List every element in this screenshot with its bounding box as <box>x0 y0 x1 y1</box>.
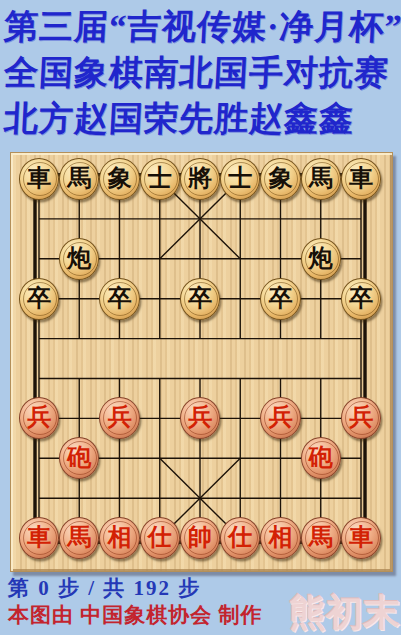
intersection-e8[interactable] <box>180 239 220 279</box>
piece-glyph: 仕 <box>228 525 252 549</box>
intersection-d8[interactable] <box>140 239 180 279</box>
intersection-d6[interactable] <box>140 319 180 359</box>
piece-glyph: 車 <box>349 525 373 549</box>
intersection-d5[interactable] <box>140 358 180 398</box>
piece-red-d1[interactable]: 仕 <box>140 517 180 559</box>
intersection-b10[interactable]: 馬 <box>59 159 99 199</box>
move-counter: 第 0 步 / 共 192 步 <box>8 574 201 602</box>
intersection-e2[interactable] <box>180 478 220 518</box>
intersection-a8[interactable] <box>19 239 59 279</box>
intersection-i5[interactable] <box>341 358 381 398</box>
piece-black-i7[interactable]: 卒 <box>341 278 381 320</box>
intersection-b6[interactable] <box>59 319 99 359</box>
piece-red-a4[interactable]: 兵 <box>19 397 59 439</box>
intersection-h9[interactable] <box>301 199 341 239</box>
intersection-g9[interactable] <box>260 199 300 239</box>
intersection-h3[interactable]: 砲 <box>301 438 341 478</box>
intersection-g1[interactable]: 相 <box>260 518 300 558</box>
intersection-i6[interactable] <box>341 319 381 359</box>
piece-glyph: 兵 <box>27 405 51 429</box>
intersection-d4[interactable] <box>140 398 180 438</box>
intersection-i3[interactable] <box>341 438 381 478</box>
intersection-g3[interactable] <box>260 438 300 478</box>
intersection-d3[interactable] <box>140 438 180 478</box>
intersection-d10[interactable]: 士 <box>140 159 180 199</box>
piece-black-b10[interactable]: 馬 <box>59 158 99 200</box>
piece-glyph: 卒 <box>27 286 51 310</box>
intersection-g8[interactable] <box>260 239 300 279</box>
intersection-f6[interactable] <box>220 319 260 359</box>
intersection-f8[interactable] <box>220 239 260 279</box>
intersection-c3[interactable] <box>99 438 139 478</box>
piece-glyph: 卒 <box>349 286 373 310</box>
piece-black-h8[interactable]: 炮 <box>301 238 341 280</box>
intersection-f5[interactable] <box>220 358 260 398</box>
piece-glyph: 兵 <box>349 405 373 429</box>
piece-black-f10[interactable]: 士 <box>220 158 260 200</box>
intersection-i8[interactable] <box>341 239 381 279</box>
piece-glyph: 卒 <box>188 286 212 310</box>
piece-black-b8[interactable]: 炮 <box>59 238 99 280</box>
intersection-e4[interactable]: 兵 <box>180 398 220 438</box>
piece-glyph: 馬 <box>309 166 333 190</box>
intersection-b4[interactable] <box>59 398 99 438</box>
intersection-e6[interactable] <box>180 319 220 359</box>
piece-black-i10[interactable]: 車 <box>341 158 381 200</box>
intersection-g10[interactable]: 象 <box>260 159 300 199</box>
watermark: 熊初末 <box>289 588 400 635</box>
piece-glyph: 卒 <box>108 286 132 310</box>
piece-glyph: 馬 <box>309 525 333 549</box>
piece-glyph: 馬 <box>67 166 91 190</box>
intersection-f9[interactable] <box>220 199 260 239</box>
intersection-a9[interactable] <box>19 199 59 239</box>
board-grid: 車馬象士將士象馬車炮炮卒卒卒卒卒兵兵兵兵兵砲砲車馬相仕帥仕相馬車 <box>19 159 381 558</box>
piece-black-h10[interactable]: 馬 <box>301 158 341 200</box>
intersection-b3[interactable]: 砲 <box>59 438 99 478</box>
piece-black-d10[interactable]: 士 <box>140 158 180 200</box>
piece-black-e7[interactable]: 卒 <box>180 278 220 320</box>
intersection-c6[interactable] <box>99 319 139 359</box>
intersection-h5[interactable] <box>301 358 341 398</box>
piece-glyph: 兵 <box>188 405 212 429</box>
piece-glyph: 兵 <box>108 405 132 429</box>
title-line-2: 全国象棋南北国手对抗赛 <box>3 50 401 96</box>
piece-red-e1[interactable]: 帥 <box>180 517 220 559</box>
intersection-i10[interactable]: 車 <box>341 159 381 199</box>
piece-red-c4[interactable]: 兵 <box>99 397 139 439</box>
piece-red-g1[interactable]: 相 <box>260 517 300 559</box>
piece-glyph: 車 <box>27 166 51 190</box>
intersection-b7[interactable] <box>59 279 99 319</box>
intersection-g7[interactable]: 卒 <box>260 279 300 319</box>
piece-red-h3[interactable]: 砲 <box>301 437 341 479</box>
piece-red-e4[interactable]: 兵 <box>180 397 220 439</box>
intersection-b9[interactable] <box>59 199 99 239</box>
intersection-i2[interactable] <box>341 478 381 518</box>
intersection-d1[interactable]: 仕 <box>140 518 180 558</box>
piece-red-c1[interactable]: 相 <box>99 517 139 559</box>
intersection-e5[interactable] <box>180 358 220 398</box>
page: 第三届“吉视传媒·净月杯” 全国象棋南北国手对抗赛 北方赵国荣先胜赵鑫鑫 車馬象… <box>0 0 401 635</box>
piece-glyph: 卒 <box>269 286 293 310</box>
piece-glyph: 兵 <box>269 405 293 429</box>
title-line-3: 北方赵国荣先胜赵鑫鑫 <box>3 96 401 142</box>
intersection-a1[interactable]: 車 <box>19 518 59 558</box>
piece-black-g7[interactable]: 卒 <box>260 278 300 320</box>
intersection-h2[interactable] <box>301 478 341 518</box>
piece-glyph: 仕 <box>148 525 172 549</box>
intersection-e10[interactable]: 將 <box>180 159 220 199</box>
intersection-b8[interactable]: 炮 <box>59 239 99 279</box>
piece-glyph: 士 <box>148 166 172 190</box>
intersection-a4[interactable]: 兵 <box>19 398 59 438</box>
piece-glyph: 象 <box>269 166 293 190</box>
intersection-g6[interactable] <box>260 319 300 359</box>
intersection-c2[interactable] <box>99 478 139 518</box>
piece-glyph: 炮 <box>309 246 333 270</box>
intersection-b5[interactable] <box>59 358 99 398</box>
title-line-1: 第三届“吉视传媒·净月杯” <box>3 4 401 50</box>
intersection-i7[interactable]: 卒 <box>341 279 381 319</box>
intersection-e7[interactable]: 卒 <box>180 279 220 319</box>
intersection-c9[interactable] <box>99 199 139 239</box>
intersection-f4[interactable] <box>220 398 260 438</box>
intersection-i1[interactable]: 車 <box>341 518 381 558</box>
intersection-b1[interactable]: 馬 <box>59 518 99 558</box>
piece-glyph: 相 <box>108 525 132 549</box>
intersection-f3[interactable] <box>220 438 260 478</box>
piece-glyph: 砲 <box>67 445 91 469</box>
intersection-a2[interactable] <box>19 478 59 518</box>
piece-glyph: 炮 <box>67 246 91 270</box>
intersection-c10[interactable]: 象 <box>99 159 139 199</box>
intersection-a7[interactable]: 卒 <box>19 279 59 319</box>
credit-text: 本图由 中国象棋协会 制作 <box>8 601 263 629</box>
intersection-i9[interactable] <box>341 199 381 239</box>
intersection-e1[interactable]: 帥 <box>180 518 220 558</box>
intersection-e9[interactable] <box>180 199 220 239</box>
piece-red-b1[interactable]: 馬 <box>59 517 99 559</box>
piece-red-a1[interactable]: 車 <box>19 517 59 559</box>
piece-red-g4[interactable]: 兵 <box>260 397 300 439</box>
piece-black-a10[interactable]: 車 <box>19 158 59 200</box>
intersection-d9[interactable] <box>140 199 180 239</box>
piece-glyph: 車 <box>349 166 373 190</box>
intersection-h1[interactable]: 馬 <box>301 518 341 558</box>
piece-black-g10[interactable]: 象 <box>260 158 300 200</box>
piece-glyph: 士 <box>228 166 252 190</box>
intersection-c8[interactable] <box>99 239 139 279</box>
piece-black-c10[interactable]: 象 <box>99 158 139 200</box>
piece-glyph: 相 <box>269 525 293 549</box>
intersection-c4[interactable]: 兵 <box>99 398 139 438</box>
intersection-i4[interactable]: 兵 <box>341 398 381 438</box>
piece-red-h1[interactable]: 馬 <box>301 517 341 559</box>
intersection-g4[interactable]: 兵 <box>260 398 300 438</box>
piece-glyph: 將 <box>188 166 212 190</box>
intersection-c7[interactable]: 卒 <box>99 279 139 319</box>
intersection-a5[interactable] <box>19 358 59 398</box>
piece-glyph: 砲 <box>309 445 333 469</box>
intersection-a6[interactable] <box>19 319 59 359</box>
piece-glyph: 車 <box>27 525 51 549</box>
intersection-d2[interactable] <box>140 478 180 518</box>
intersection-a3[interactable] <box>19 438 59 478</box>
intersection-c5[interactable] <box>99 358 139 398</box>
title-block: 第三届“吉视传媒·净月杯” 全国象棋南北国手对抗赛 北方赵国荣先胜赵鑫鑫 <box>4 4 401 142</box>
intersection-h8[interactable]: 炮 <box>301 239 341 279</box>
intersection-h10[interactable]: 馬 <box>301 159 341 199</box>
piece-glyph: 象 <box>108 166 132 190</box>
intersection-b2[interactable] <box>59 478 99 518</box>
intersection-h6[interactable] <box>301 319 341 359</box>
intersection-f2[interactable] <box>220 478 260 518</box>
piece-glyph: 馬 <box>67 525 91 549</box>
piece-red-f1[interactable]: 仕 <box>220 517 260 559</box>
xiangqi-board: 車馬象士將士象馬車炮炮卒卒卒卒卒兵兵兵兵兵砲砲車馬相仕帥仕相馬車 <box>10 152 393 572</box>
piece-red-b3[interactable]: 砲 <box>59 437 99 479</box>
intersection-g2[interactable] <box>260 478 300 518</box>
piece-black-e10[interactable]: 將 <box>180 158 220 200</box>
piece-black-c7[interactable]: 卒 <box>99 278 139 320</box>
intersection-h4[interactable] <box>301 398 341 438</box>
intersection-f7[interactable] <box>220 279 260 319</box>
intersection-f1[interactable]: 仕 <box>220 518 260 558</box>
piece-black-a7[interactable]: 卒 <box>19 278 59 320</box>
intersection-a10[interactable]: 車 <box>19 159 59 199</box>
intersection-c1[interactable]: 相 <box>99 518 139 558</box>
piece-red-i4[interactable]: 兵 <box>341 397 381 439</box>
intersection-h7[interactable] <box>301 279 341 319</box>
intersection-f10[interactable]: 士 <box>220 159 260 199</box>
piece-glyph: 帥 <box>188 525 212 549</box>
intersection-g5[interactable] <box>260 358 300 398</box>
intersection-e3[interactable] <box>180 438 220 478</box>
piece-red-i1[interactable]: 車 <box>341 517 381 559</box>
intersection-d7[interactable] <box>140 279 180 319</box>
